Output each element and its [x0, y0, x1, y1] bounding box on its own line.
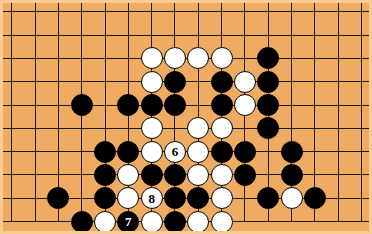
grid-line-vertical [338, 47, 339, 70]
grid-line-vertical [314, 0, 315, 23]
white-stone [187, 164, 209, 186]
black-stone [211, 141, 233, 163]
black-stone [47, 187, 69, 209]
board-intersection [257, 93, 280, 116]
grid-line-vertical [291, 23, 292, 46]
board-intersection [210, 117, 233, 140]
grid-line-vertical [221, 23, 222, 46]
board-intersection [47, 187, 70, 210]
board-intersection [93, 117, 116, 140]
board-intersection [23, 93, 46, 116]
board-intersection [280, 140, 303, 163]
board-intersection [70, 70, 93, 93]
board-intersection [117, 70, 140, 93]
grid-line-vertical [174, 117, 175, 140]
grid-line-vertical [361, 117, 362, 140]
board-intersection [303, 140, 326, 163]
grid-line-vertical [268, 210, 269, 222]
black-stone [94, 141, 116, 163]
white-stone [281, 187, 303, 209]
board-intersection [280, 23, 303, 46]
board-intersection [210, 70, 233, 93]
board-intersection [280, 163, 303, 186]
board-intersection [303, 163, 326, 186]
grid-line-vertical [81, 0, 82, 23]
board-intersection [187, 210, 210, 233]
board-intersection [303, 23, 326, 46]
grid-line-vertical [81, 70, 82, 93]
grid-line-vertical [105, 0, 106, 23]
board-intersection [47, 47, 70, 70]
go-board-grid: 687 [0, 0, 372, 233]
board-intersection [257, 140, 280, 163]
board-intersection [117, 93, 140, 116]
white-stone [187, 117, 209, 139]
grid-line-vertical [361, 70, 362, 93]
grid-line-vertical [35, 117, 36, 140]
white-stone [141, 47, 163, 69]
board-intersection [350, 23, 372, 46]
board-intersection [303, 117, 326, 140]
board-intersection [0, 23, 23, 46]
grid-line-vertical [174, 0, 175, 23]
board-intersection: 7 [117, 210, 140, 233]
grid-line-vertical [291, 0, 292, 23]
grid-line-vertical [198, 0, 199, 23]
white-stone [187, 47, 209, 69]
white-stone [94, 211, 116, 233]
grid-line-vertical [198, 23, 199, 46]
white-stone [211, 211, 233, 233]
grid-line-vertical [361, 163, 362, 186]
black-stone [117, 94, 139, 116]
board-intersection [23, 0, 46, 23]
grid-line-vertical [11, 23, 12, 46]
grid-line-vertical [314, 70, 315, 93]
grid-line-vertical [314, 47, 315, 70]
board-intersection [327, 163, 350, 186]
grid-line-vertical [35, 70, 36, 93]
board-intersection [187, 140, 210, 163]
board-intersection [0, 117, 23, 140]
grid-line-vertical [105, 23, 106, 46]
grid-line-vertical [338, 117, 339, 140]
board-intersection [140, 210, 163, 233]
grid-line-vertical [244, 47, 245, 70]
grid-line-vertical [314, 210, 315, 222]
grid-line-vertical [58, 0, 59, 23]
grid-line-vertical [338, 187, 339, 210]
board-intersection [70, 187, 93, 210]
board-intersection [0, 47, 23, 70]
grid-line-vertical [361, 23, 362, 46]
board-intersection [280, 0, 303, 23]
board-intersection [117, 23, 140, 46]
black-stone [257, 71, 279, 93]
black-stone [71, 94, 93, 116]
board-intersection [327, 187, 350, 210]
grid-line-vertical [338, 140, 339, 163]
board-intersection [0, 93, 23, 116]
board-intersection [233, 70, 256, 93]
grid-line-vertical [128, 0, 129, 23]
board-intersection [23, 47, 46, 70]
board-intersection [0, 140, 23, 163]
black-stone [234, 164, 256, 186]
grid-line-vertical [268, 23, 269, 46]
white-stone [211, 47, 233, 69]
board-intersection [210, 23, 233, 46]
grid-line-vertical [58, 163, 59, 186]
white-stone [117, 187, 139, 209]
grid-line-vertical [221, 0, 222, 23]
board-intersection [303, 187, 326, 210]
black-stone [71, 211, 93, 233]
grid-line-vertical [244, 23, 245, 46]
grid-line-vertical [291, 117, 292, 140]
board-intersection [70, 163, 93, 186]
grid-line-vertical [244, 187, 245, 210]
board-intersection [210, 187, 233, 210]
board-intersection [350, 163, 372, 186]
grid-line-vertical [35, 187, 36, 210]
board-intersection [0, 187, 23, 210]
grid-line-vertical [128, 70, 129, 93]
board-intersection [210, 210, 233, 233]
white-stone [187, 141, 209, 163]
grid-line-vertical [35, 47, 36, 70]
board-intersection [187, 47, 210, 70]
board-intersection [257, 0, 280, 23]
board-intersection [233, 93, 256, 116]
white-stone-numbered: 6 [164, 141, 186, 163]
grid-line-vertical [81, 47, 82, 70]
board-intersection [327, 47, 350, 70]
board-intersection [233, 0, 256, 23]
board-intersection [93, 93, 116, 116]
board-intersection [233, 117, 256, 140]
grid-line-vertical [35, 0, 36, 23]
black-stone [211, 94, 233, 116]
grid-line-vertical [268, 140, 269, 163]
board-intersection [140, 93, 163, 116]
white-stone [141, 117, 163, 139]
board-intersection [47, 117, 70, 140]
board-intersection [93, 187, 116, 210]
board-intersection [23, 210, 46, 233]
board-intersection [187, 187, 210, 210]
board-intersection: 8 [140, 187, 163, 210]
grid-line-vertical [58, 70, 59, 93]
board-intersection [350, 0, 372, 23]
board-intersection [70, 93, 93, 116]
grid-line-vertical [11, 210, 12, 222]
board-intersection [257, 210, 280, 233]
board-intersection [47, 23, 70, 46]
black-stone [257, 94, 279, 116]
board-intersection [23, 23, 46, 46]
grid-line-vertical [58, 140, 59, 163]
board-intersection [280, 70, 303, 93]
board-intersection [140, 140, 163, 163]
board-intersection [280, 117, 303, 140]
board-intersection [257, 70, 280, 93]
board-intersection [93, 140, 116, 163]
white-stone [211, 117, 233, 139]
board-intersection [117, 0, 140, 23]
black-stone-numbered: 7 [117, 211, 139, 233]
board-intersection [350, 210, 372, 233]
board-intersection [280, 47, 303, 70]
grid-line-vertical [361, 93, 362, 116]
grid-line-vertical [338, 163, 339, 186]
board-intersection [350, 187, 372, 210]
board-intersection [70, 140, 93, 163]
board-intersection [163, 47, 186, 70]
board-intersection [163, 163, 186, 186]
board-intersection [233, 47, 256, 70]
board-intersection [327, 140, 350, 163]
board-intersection [70, 210, 93, 233]
board-intersection [23, 70, 46, 93]
white-stone [211, 187, 233, 209]
board-intersection [23, 163, 46, 186]
grid-line-vertical [338, 23, 339, 46]
black-stone [94, 187, 116, 209]
board-intersection [210, 47, 233, 70]
black-stone [234, 141, 256, 163]
board-intersection [233, 23, 256, 46]
grid-line-vertical [174, 23, 175, 46]
white-stone [211, 164, 233, 186]
grid-line-vertical [105, 93, 106, 116]
board-intersection [257, 23, 280, 46]
grid-line-vertical [291, 70, 292, 93]
grid-line-vertical [128, 117, 129, 140]
grid-line-vertical [314, 23, 315, 46]
grid-line-vertical [244, 210, 245, 222]
grid-line-vertical [128, 23, 129, 46]
grid-line-vertical [11, 140, 12, 163]
board-intersection [47, 210, 70, 233]
black-stone [304, 187, 326, 209]
grid-line-vertical [361, 187, 362, 210]
black-stone [164, 211, 186, 233]
grid-line-vertical [338, 0, 339, 23]
black-stone [164, 187, 186, 209]
board-intersection [70, 117, 93, 140]
grid-line-vertical [151, 0, 152, 23]
board-intersection [117, 117, 140, 140]
board-intersection [280, 210, 303, 233]
grid-line-vertical [81, 187, 82, 210]
board-intersection [350, 117, 372, 140]
grid-line-vertical [35, 210, 36, 222]
black-stone [164, 71, 186, 93]
black-stone [164, 94, 186, 116]
white-stone [187, 211, 209, 233]
grid-line-vertical [11, 163, 12, 186]
black-stone [257, 187, 279, 209]
board-intersection [327, 117, 350, 140]
board-intersection [70, 0, 93, 23]
board-intersection [117, 187, 140, 210]
white-stone-numbered: 8 [141, 187, 163, 209]
black-stone [94, 164, 116, 186]
black-stone [141, 164, 163, 186]
grid-line-vertical [338, 210, 339, 222]
board-intersection [210, 0, 233, 23]
grid-line-vertical [58, 23, 59, 46]
board-intersection [70, 47, 93, 70]
board-intersection [233, 163, 256, 186]
grid-line-vertical [35, 163, 36, 186]
grid-line-vertical [314, 93, 315, 116]
board-intersection [280, 187, 303, 210]
grid-line-vertical [11, 93, 12, 116]
board-intersection [210, 163, 233, 186]
grid-line-vertical [151, 23, 152, 46]
board-intersection [233, 210, 256, 233]
board-intersection [187, 163, 210, 186]
grid-line-vertical [11, 47, 12, 70]
grid-line-vertical [128, 47, 129, 70]
grid-line-vertical [361, 140, 362, 163]
board-intersection [93, 210, 116, 233]
board-intersection [93, 0, 116, 23]
grid-line-vertical [361, 47, 362, 70]
grid-line-vertical [338, 93, 339, 116]
board-intersection [187, 23, 210, 46]
board-intersection [0, 210, 23, 233]
board-intersection [23, 117, 46, 140]
grid-line-vertical [58, 47, 59, 70]
black-stone [281, 164, 303, 186]
grid-line-vertical [11, 187, 12, 210]
board-intersection [47, 93, 70, 116]
grid-line-vertical [11, 70, 12, 93]
board-intersection [257, 117, 280, 140]
grid-line-vertical [105, 117, 106, 140]
board-intersection [163, 0, 186, 23]
board-intersection [23, 187, 46, 210]
grid-line-vertical [81, 117, 82, 140]
board-intersection [327, 0, 350, 23]
white-stone [234, 71, 256, 93]
grid-line-vertical [314, 163, 315, 186]
grid-line-vertical [244, 117, 245, 140]
board-intersection [93, 70, 116, 93]
grid-line-vertical [198, 93, 199, 116]
board-intersection [140, 23, 163, 46]
board-intersection [117, 47, 140, 70]
black-stone [257, 117, 279, 139]
board-intersection [303, 70, 326, 93]
board-intersection [233, 140, 256, 163]
board-intersection [210, 93, 233, 116]
grid-line-vertical [314, 140, 315, 163]
board-intersection [187, 93, 210, 116]
black-stone [187, 187, 209, 209]
board-intersection [0, 163, 23, 186]
board-intersection [93, 163, 116, 186]
board-intersection [0, 0, 23, 23]
board-intersection [117, 163, 140, 186]
black-stone [281, 141, 303, 163]
board-intersection [47, 70, 70, 93]
board-intersection [303, 93, 326, 116]
board-intersection [257, 163, 280, 186]
board-intersection [210, 140, 233, 163]
black-stone [211, 71, 233, 93]
grid-line-vertical [58, 117, 59, 140]
board-intersection [140, 70, 163, 93]
board-intersection [163, 93, 186, 116]
white-stone [141, 71, 163, 93]
board-intersection [303, 210, 326, 233]
board-intersection [163, 70, 186, 93]
board-intersection: 6 [163, 140, 186, 163]
grid-line-vertical [291, 47, 292, 70]
grid-line-vertical [35, 93, 36, 116]
grid-line-vertical [81, 23, 82, 46]
board-intersection [163, 187, 186, 210]
grid-line-vertical [11, 117, 12, 140]
board-intersection [187, 70, 210, 93]
black-stone [257, 47, 279, 69]
white-stone [117, 164, 139, 186]
board-intersection [47, 163, 70, 186]
grid-line-vertical [268, 0, 269, 23]
board-intersection [140, 117, 163, 140]
white-stone [141, 141, 163, 163]
black-stone [141, 94, 163, 116]
grid-line-vertical [35, 140, 36, 163]
board-intersection [350, 70, 372, 93]
board-intersection [140, 163, 163, 186]
grid-line-vertical [58, 210, 59, 222]
go-diagram: 687 [0, 0, 372, 234]
board-intersection [257, 47, 280, 70]
black-stone [117, 141, 139, 163]
black-stone [164, 164, 186, 186]
board-intersection [23, 140, 46, 163]
grid-line-vertical [244, 0, 245, 23]
board-intersection [303, 0, 326, 23]
grid-line-vertical [361, 210, 362, 222]
grid-line-vertical [58, 93, 59, 116]
board-intersection [187, 0, 210, 23]
board-intersection [163, 210, 186, 233]
grid-line-vertical [361, 0, 362, 23]
white-stone [141, 211, 163, 233]
grid-line-vertical [291, 93, 292, 116]
board-intersection [350, 47, 372, 70]
board-intersection [47, 140, 70, 163]
board-intersection [327, 70, 350, 93]
board-intersection [0, 70, 23, 93]
board-intersection [327, 210, 350, 233]
grid-line-vertical [35, 23, 36, 46]
white-stone [164, 47, 186, 69]
board-intersection [327, 93, 350, 116]
board-intersection [140, 0, 163, 23]
grid-line-vertical [105, 47, 106, 70]
white-stone [234, 94, 256, 116]
board-intersection [117, 140, 140, 163]
board-intersection [47, 0, 70, 23]
grid-line-vertical [268, 163, 269, 186]
